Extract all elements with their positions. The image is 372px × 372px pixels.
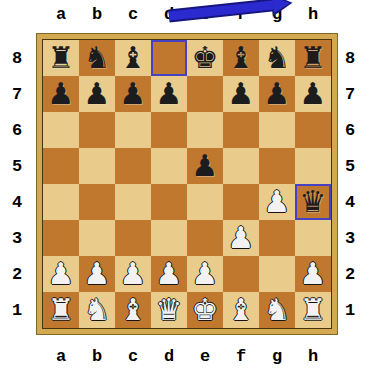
white-pawn-icon: ♟	[120, 256, 147, 292]
square-e2[interactable]: ♟	[187, 256, 223, 292]
black-pawn-icon: ♟	[228, 76, 255, 112]
rank-label-right-4: 4	[336, 184, 364, 220]
file-labels-top: abcdefgh	[43, 0, 331, 29]
white-pawn-icon: ♟	[156, 256, 183, 292]
square-e5[interactable]: ♟	[187, 148, 223, 184]
square-b4[interactable]	[79, 184, 115, 220]
file-label-bottom-b: b	[79, 343, 115, 369]
white-knight-icon: ♞	[264, 292, 291, 328]
file-label-bottom-d: d	[151, 343, 187, 369]
black-pawn-icon: ♟	[48, 76, 75, 112]
square-b6[interactable]	[79, 112, 115, 148]
square-g2[interactable]	[259, 256, 295, 292]
black-rook-icon: ♜	[48, 40, 75, 76]
square-d8[interactable]	[151, 40, 187, 76]
square-a5[interactable]	[43, 148, 79, 184]
square-d1[interactable]: ♛	[151, 292, 187, 328]
square-g8[interactable]: ♞	[259, 40, 295, 76]
rank-label-right-2: 2	[336, 256, 364, 292]
square-h1[interactable]: ♜	[295, 292, 331, 328]
square-g7[interactable]: ♟	[259, 76, 295, 112]
file-label-bottom-a: a	[43, 343, 79, 369]
file-label-bottom-c: c	[115, 343, 151, 369]
square-f7[interactable]: ♟	[223, 76, 259, 112]
square-c5[interactable]	[115, 148, 151, 184]
file-label-top-f: f	[223, 0, 259, 29]
square-d4[interactable]	[151, 184, 187, 220]
white-pawn-icon: ♟	[84, 256, 111, 292]
white-rook-icon: ♜	[300, 292, 327, 328]
rank-label-right-6: 6	[336, 112, 364, 148]
square-c4[interactable]	[115, 184, 151, 220]
square-h2[interactable]: ♟	[295, 256, 331, 292]
square-h4[interactable]: ♛	[295, 184, 331, 220]
square-c7[interactable]: ♟	[115, 76, 151, 112]
rank-label-right-3: 3	[336, 220, 364, 256]
rank-label-left-5: 5	[0, 148, 34, 184]
square-a3[interactable]	[43, 220, 79, 256]
square-h8[interactable]: ♜	[295, 40, 331, 76]
file-label-top-a: a	[43, 0, 79, 29]
rank-label-right-1: 1	[336, 292, 364, 328]
black-knight-icon: ♞	[84, 40, 111, 76]
chess-board: ♜♞♝♚♝♞♜♟♟♟♟♟♟♟♟♟♛♟♟♟♟♟♟♟♜♞♝♛♚♝♞♜	[42, 39, 332, 329]
black-pawn-icon: ♟	[264, 76, 291, 112]
rank-labels-right: 87654321	[336, 40, 364, 328]
black-king-icon: ♚	[192, 40, 219, 76]
white-knight-icon: ♞	[84, 292, 111, 328]
white-pawn-icon: ♟	[192, 256, 219, 292]
file-label-top-c: c	[115, 0, 151, 29]
rank-label-right-5: 5	[336, 148, 364, 184]
rank-label-right-8: 8	[336, 40, 364, 76]
square-f1[interactable]: ♝	[223, 292, 259, 328]
rank-label-left-1: 1	[0, 292, 34, 328]
square-g5[interactable]	[259, 148, 295, 184]
square-g1[interactable]: ♞	[259, 292, 295, 328]
square-g4[interactable]: ♟	[259, 184, 295, 220]
white-pawn-icon: ♟	[228, 220, 255, 256]
square-d2[interactable]: ♟	[151, 256, 187, 292]
square-f6[interactable]	[223, 112, 259, 148]
square-c2[interactable]: ♟	[115, 256, 151, 292]
square-g3[interactable]	[259, 220, 295, 256]
file-label-top-e: e	[187, 0, 223, 29]
black-pawn-icon: ♟	[156, 76, 183, 112]
square-d5[interactable]	[151, 148, 187, 184]
file-label-bottom-e: e	[187, 343, 223, 369]
black-pawn-icon: ♟	[84, 76, 111, 112]
square-e1[interactable]: ♚	[187, 292, 223, 328]
rank-label-left-6: 6	[0, 112, 34, 148]
square-h7[interactable]: ♟	[295, 76, 331, 112]
square-c1[interactable]: ♝	[115, 292, 151, 328]
black-pawn-icon: ♟	[192, 148, 219, 184]
square-a2[interactable]: ♟	[43, 256, 79, 292]
square-c3[interactable]	[115, 220, 151, 256]
file-label-top-h: h	[295, 0, 331, 29]
rank-label-left-3: 3	[0, 220, 34, 256]
white-rook-icon: ♜	[48, 292, 75, 328]
square-b8[interactable]: ♞	[79, 40, 115, 76]
square-a4[interactable]	[43, 184, 79, 220]
white-king-icon: ♚	[192, 292, 219, 328]
square-h5[interactable]	[295, 148, 331, 184]
black-queen-icon: ♛	[300, 184, 327, 220]
white-pawn-icon: ♟	[300, 256, 327, 292]
square-b3[interactable]	[79, 220, 115, 256]
square-b7[interactable]: ♟	[79, 76, 115, 112]
square-c6[interactable]	[115, 112, 151, 148]
white-queen-icon: ♛	[156, 292, 183, 328]
file-label-top-g: g	[259, 0, 295, 29]
square-g6[interactable]	[259, 112, 295, 148]
rank-label-left-8: 8	[0, 40, 34, 76]
square-e6[interactable]	[187, 112, 223, 148]
rank-label-right-7: 7	[336, 76, 364, 112]
square-a1[interactable]: ♜	[43, 292, 79, 328]
white-bishop-icon: ♝	[228, 292, 255, 328]
file-label-bottom-g: g	[259, 343, 295, 369]
chessboard-panel: abcdefgh 87654321 87654321 ♜♞♝♚♝♞♜♟♟♟♟♟♟…	[0, 0, 372, 372]
square-e7[interactable]	[187, 76, 223, 112]
square-d6[interactable]	[151, 112, 187, 148]
square-e4[interactable]	[187, 184, 223, 220]
square-f2[interactable]	[223, 256, 259, 292]
rank-label-left-2: 2	[0, 256, 34, 292]
rank-labels-left: 87654321	[0, 40, 34, 328]
white-pawn-icon: ♟	[264, 184, 291, 220]
white-bishop-icon: ♝	[120, 292, 147, 328]
rank-label-left-7: 7	[0, 76, 34, 112]
square-d7[interactable]: ♟	[151, 76, 187, 112]
square-a6[interactable]	[43, 112, 79, 148]
file-label-bottom-h: h	[295, 343, 331, 369]
square-b2[interactable]: ♟	[79, 256, 115, 292]
black-rook-icon: ♜	[300, 40, 327, 76]
square-d3[interactable]	[151, 220, 187, 256]
black-pawn-icon: ♟	[120, 76, 147, 112]
black-knight-icon: ♞	[264, 40, 291, 76]
square-b5[interactable]	[79, 148, 115, 184]
square-c8[interactable]: ♝	[115, 40, 151, 76]
square-f4[interactable]	[223, 184, 259, 220]
file-label-top-b: b	[79, 0, 115, 29]
square-f5[interactable]	[223, 148, 259, 184]
square-a7[interactable]: ♟	[43, 76, 79, 112]
square-a8[interactable]: ♜	[43, 40, 79, 76]
square-b1[interactable]: ♞	[79, 292, 115, 328]
file-label-bottom-f: f	[223, 343, 259, 369]
file-labels-bottom: abcdefgh	[43, 343, 331, 369]
board-frame: ♜♞♝♚♝♞♜♟♟♟♟♟♟♟♟♟♛♟♟♟♟♟♟♟♜♞♝♛♚♝♞♜	[36, 33, 338, 335]
square-e8[interactable]: ♚	[187, 40, 223, 76]
square-e3[interactable]	[187, 220, 223, 256]
file-label-top-d: d	[151, 0, 187, 29]
black-bishop-icon: ♝	[120, 40, 147, 76]
black-pawn-icon: ♟	[300, 76, 327, 112]
rank-label-left-4: 4	[0, 184, 34, 220]
square-h6[interactable]	[295, 112, 331, 148]
square-f8[interactable]: ♝	[223, 40, 259, 76]
square-f3[interactable]: ♟	[223, 220, 259, 256]
square-h3[interactable]	[295, 220, 331, 256]
black-bishop-icon: ♝	[228, 40, 255, 76]
white-pawn-icon: ♟	[48, 256, 75, 292]
